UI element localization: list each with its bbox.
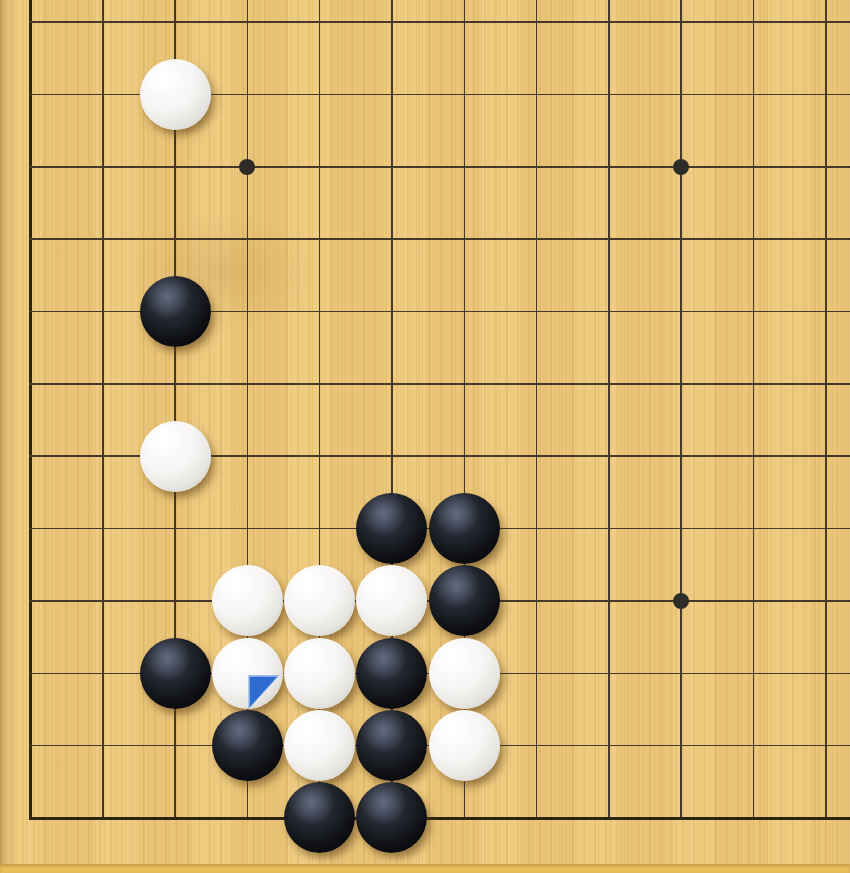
intersection-M10[interactable] bbox=[790, 131, 850, 203]
black-stone-C3 bbox=[140, 638, 211, 709]
intersection-K11[interactable] bbox=[645, 58, 717, 130]
black-stone-G4 bbox=[429, 565, 500, 636]
go-board[interactable] bbox=[0, 0, 850, 854]
intersection-A10[interactable] bbox=[0, 131, 67, 203]
intersection-A2[interactable] bbox=[0, 709, 67, 781]
intersection-G8[interactable] bbox=[428, 275, 500, 347]
intersection-B2[interactable] bbox=[67, 709, 139, 781]
intersection-M5[interactable] bbox=[790, 492, 850, 564]
intersection-A1[interactable] bbox=[0, 782, 67, 854]
intersection-F10[interactable] bbox=[356, 131, 428, 203]
intersection-C2[interactable] bbox=[139, 709, 211, 781]
go-app-screenshot bbox=[0, 0, 850, 873]
intersection-L12[interactable] bbox=[717, 0, 789, 58]
black-stone-F5 bbox=[356, 493, 427, 564]
intersection-A8[interactable] bbox=[0, 275, 67, 347]
white-stone-D4 bbox=[212, 565, 283, 636]
intersection-B11[interactable] bbox=[67, 58, 139, 130]
intersection-J8[interactable] bbox=[573, 275, 645, 347]
intersection-F9[interactable] bbox=[356, 203, 428, 275]
intersection-M2[interactable] bbox=[790, 709, 850, 781]
intersection-F1[interactable] bbox=[356, 782, 428, 854]
white-stone-E3 bbox=[284, 638, 355, 709]
intersection-H6[interactable] bbox=[500, 420, 572, 492]
intersection-E11[interactable] bbox=[284, 58, 356, 130]
intersection-E4[interactable] bbox=[284, 565, 356, 637]
intersection-L2[interactable] bbox=[717, 709, 789, 781]
intersection-B4[interactable] bbox=[67, 565, 139, 637]
intersection-K10[interactable] bbox=[645, 131, 717, 203]
intersection-A7[interactable] bbox=[0, 348, 67, 420]
intersection-A12[interactable] bbox=[0, 0, 67, 58]
white-stone-C11 bbox=[140, 59, 211, 130]
intersection-J7[interactable] bbox=[573, 348, 645, 420]
intersection-L10[interactable] bbox=[717, 131, 789, 203]
intersection-J3[interactable] bbox=[573, 637, 645, 709]
intersection-L8[interactable] bbox=[717, 275, 789, 347]
intersection-E8[interactable] bbox=[284, 275, 356, 347]
black-stone-C8 bbox=[140, 276, 211, 347]
white-stone-G3 bbox=[429, 638, 500, 709]
intersection-G2[interactable] bbox=[428, 709, 500, 781]
intersection-C12[interactable] bbox=[139, 0, 211, 58]
intersection-A6[interactable] bbox=[0, 420, 67, 492]
intersection-M12[interactable] bbox=[790, 0, 850, 58]
intersection-E1[interactable] bbox=[284, 782, 356, 854]
intersection-A9[interactable] bbox=[0, 203, 67, 275]
black-stone-G5 bbox=[429, 493, 500, 564]
intersection-B3[interactable] bbox=[67, 637, 139, 709]
intersection-C8[interactable] bbox=[139, 275, 211, 347]
intersection-D11[interactable] bbox=[211, 58, 283, 130]
intersection-A4[interactable] bbox=[0, 565, 67, 637]
black-stone-D2 bbox=[212, 710, 283, 781]
intersection-E10[interactable] bbox=[284, 131, 356, 203]
intersection-F3[interactable] bbox=[356, 637, 428, 709]
intersection-H3[interactable] bbox=[500, 637, 572, 709]
intersection-M4[interactable] bbox=[790, 565, 850, 637]
intersection-K12[interactable] bbox=[645, 0, 717, 58]
intersection-L4[interactable] bbox=[717, 565, 789, 637]
black-stone-F2 bbox=[356, 710, 427, 781]
intersection-H5[interactable] bbox=[500, 492, 572, 564]
intersection-G3[interactable] bbox=[428, 637, 500, 709]
intersection-K7[interactable] bbox=[645, 348, 717, 420]
intersection-C1[interactable] bbox=[139, 782, 211, 854]
intersection-D1[interactable] bbox=[211, 782, 283, 854]
intersection-F4[interactable] bbox=[356, 565, 428, 637]
intersection-L7[interactable] bbox=[717, 348, 789, 420]
intersection-B1[interactable] bbox=[67, 782, 139, 854]
intersection-D12[interactable] bbox=[211, 0, 283, 58]
intersection-D2[interactable] bbox=[211, 709, 283, 781]
intersection-F6[interactable] bbox=[356, 420, 428, 492]
intersection-E5[interactable] bbox=[284, 492, 356, 564]
intersection-M3[interactable] bbox=[790, 637, 850, 709]
intersection-J12[interactable] bbox=[573, 0, 645, 58]
intersection-J5[interactable] bbox=[573, 492, 645, 564]
intersection-F7[interactable] bbox=[356, 348, 428, 420]
white-stone-F4 bbox=[356, 565, 427, 636]
intersection-A5[interactable] bbox=[0, 492, 67, 564]
intersection-E12[interactable] bbox=[284, 0, 356, 58]
intersection-J4[interactable] bbox=[573, 565, 645, 637]
black-stone-F3 bbox=[356, 638, 427, 709]
intersection-M7[interactable] bbox=[790, 348, 850, 420]
black-stone-F1 bbox=[356, 782, 427, 853]
intersection-J6[interactable] bbox=[573, 420, 645, 492]
intersection-E2[interactable] bbox=[284, 709, 356, 781]
intersection-H2[interactable] bbox=[500, 709, 572, 781]
intersection-C5[interactable] bbox=[139, 492, 211, 564]
intersection-K2[interactable] bbox=[645, 709, 717, 781]
intersection-K5[interactable] bbox=[645, 492, 717, 564]
intersection-G9[interactable] bbox=[428, 203, 500, 275]
intersection-B8[interactable] bbox=[67, 275, 139, 347]
intersection-B9[interactable] bbox=[67, 203, 139, 275]
intersection-H11[interactable] bbox=[500, 58, 572, 130]
intersection-B6[interactable] bbox=[67, 420, 139, 492]
white-stone-E4 bbox=[284, 565, 355, 636]
intersection-J9[interactable] bbox=[573, 203, 645, 275]
white-stone-E2 bbox=[284, 710, 355, 781]
intersection-L6[interactable] bbox=[717, 420, 789, 492]
intersection-B10[interactable] bbox=[67, 131, 139, 203]
intersection-H10[interactable] bbox=[500, 131, 572, 203]
board-bottom-edge-strip bbox=[0, 864, 850, 873]
intersection-F12[interactable] bbox=[356, 0, 428, 58]
intersection-L5[interactable] bbox=[717, 492, 789, 564]
white-stone-D3 bbox=[212, 638, 283, 709]
intersection-D3[interactable] bbox=[211, 637, 283, 709]
intersection-J10[interactable] bbox=[573, 131, 645, 203]
intersection-F2[interactable] bbox=[356, 709, 428, 781]
intersection-G1[interactable] bbox=[428, 782, 500, 854]
intersection-D7[interactable] bbox=[211, 348, 283, 420]
intersection-J2[interactable] bbox=[573, 709, 645, 781]
intersection-G10[interactable] bbox=[428, 131, 500, 203]
intersection-M1[interactable] bbox=[790, 782, 850, 854]
intersection-B7[interactable] bbox=[67, 348, 139, 420]
intersection-K9[interactable] bbox=[645, 203, 717, 275]
intersection-D4[interactable] bbox=[211, 565, 283, 637]
black-stone-E1 bbox=[284, 782, 355, 853]
intersection-E7[interactable] bbox=[284, 348, 356, 420]
intersection-K4[interactable] bbox=[645, 565, 717, 637]
intersection-H9[interactable] bbox=[500, 203, 572, 275]
intersection-H8[interactable] bbox=[500, 275, 572, 347]
intersection-E9[interactable] bbox=[284, 203, 356, 275]
intersection-C4[interactable] bbox=[139, 565, 211, 637]
intersection-B12[interactable] bbox=[67, 0, 139, 58]
intersection-H12[interactable] bbox=[500, 0, 572, 58]
intersection-K1[interactable] bbox=[645, 782, 717, 854]
intersection-M8[interactable] bbox=[790, 275, 850, 347]
white-stone-C6 bbox=[140, 421, 211, 492]
intersection-G4[interactable] bbox=[428, 565, 500, 637]
intersection-L11[interactable] bbox=[717, 58, 789, 130]
intersection-H4[interactable] bbox=[500, 565, 572, 637]
intersection-K3[interactable] bbox=[645, 637, 717, 709]
intersection-C3[interactable] bbox=[139, 637, 211, 709]
intersection-G5[interactable] bbox=[428, 492, 500, 564]
intersection-D9[interactable] bbox=[211, 203, 283, 275]
intersection-D5[interactable] bbox=[211, 492, 283, 564]
intersection-J1[interactable] bbox=[573, 782, 645, 854]
intersection-D10[interactable] bbox=[211, 131, 283, 203]
intersection-G11[interactable] bbox=[428, 58, 500, 130]
intersection-F8[interactable] bbox=[356, 275, 428, 347]
intersection-M9[interactable] bbox=[790, 203, 850, 275]
intersection-D8[interactable] bbox=[211, 275, 283, 347]
intersection-K8[interactable] bbox=[645, 275, 717, 347]
intersection-H1[interactable] bbox=[500, 782, 572, 854]
intersection-C7[interactable] bbox=[139, 348, 211, 420]
intersection-K6[interactable] bbox=[645, 420, 717, 492]
intersection-A3[interactable] bbox=[0, 637, 67, 709]
intersection-G7[interactable] bbox=[428, 348, 500, 420]
intersection-E3[interactable] bbox=[284, 637, 356, 709]
intersection-F5[interactable] bbox=[356, 492, 428, 564]
intersection-L3[interactable] bbox=[717, 637, 789, 709]
intersection-G12[interactable] bbox=[428, 0, 500, 58]
intersection-M6[interactable] bbox=[790, 420, 850, 492]
white-stone-G2 bbox=[429, 710, 500, 781]
intersection-F11[interactable] bbox=[356, 58, 428, 130]
intersection-C10[interactable] bbox=[139, 131, 211, 203]
intersection-D6[interactable] bbox=[211, 420, 283, 492]
intersection-J11[interactable] bbox=[573, 58, 645, 130]
intersection-A11[interactable] bbox=[0, 58, 67, 130]
intersection-B5[interactable] bbox=[67, 492, 139, 564]
intersection-M11[interactable] bbox=[790, 58, 850, 130]
intersection-C11[interactable] bbox=[139, 58, 211, 130]
intersection-H7[interactable] bbox=[500, 348, 572, 420]
intersection-L1[interactable] bbox=[717, 782, 789, 854]
intersection-C6[interactable] bbox=[139, 420, 211, 492]
intersection-L9[interactable] bbox=[717, 203, 789, 275]
intersection-E6[interactable] bbox=[284, 420, 356, 492]
intersection-G6[interactable] bbox=[428, 420, 500, 492]
intersection-C9[interactable] bbox=[139, 203, 211, 275]
